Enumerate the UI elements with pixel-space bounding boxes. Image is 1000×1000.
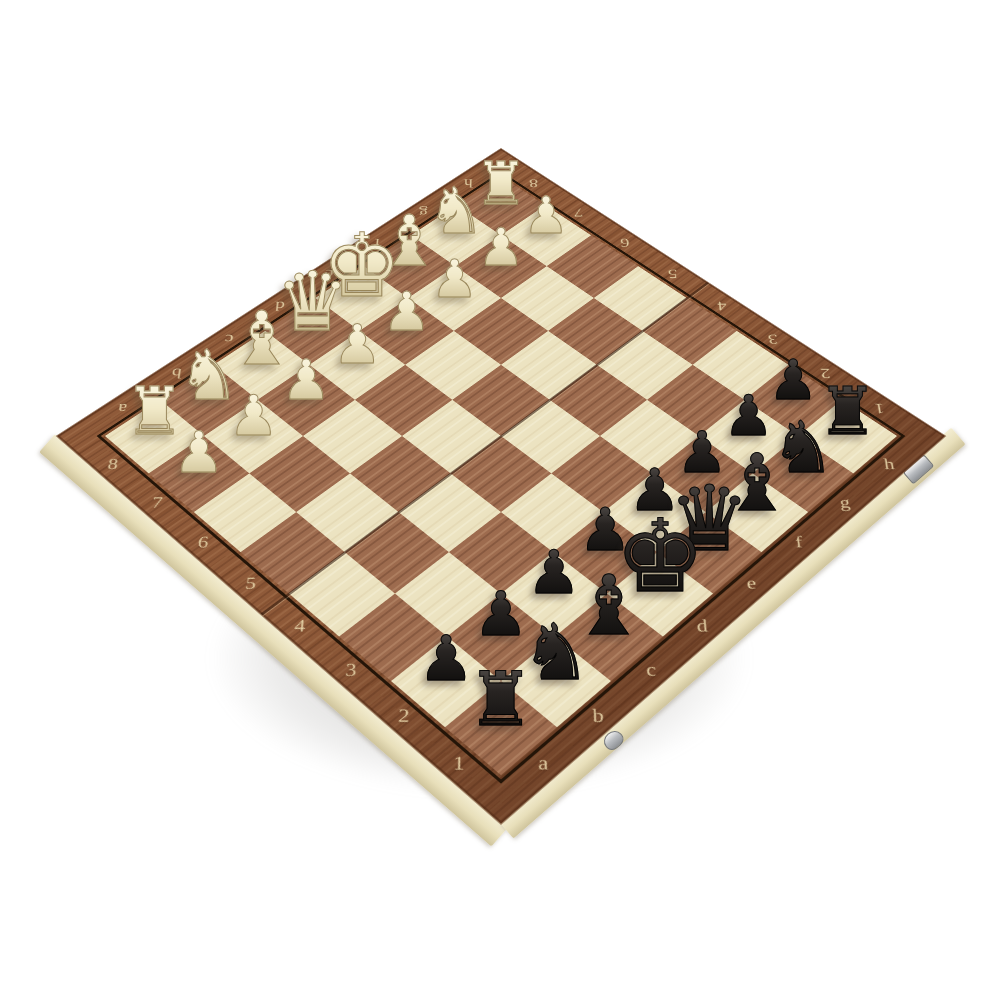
piece-white-pawn-b7[interactable]: ♟ [228, 388, 278, 444]
rank-label-far-7: 7 [567, 205, 591, 221]
file-label-near-h: h [874, 454, 904, 474]
product-photo-scene: 8877665544332211aabbccddeeffgghh ♜♞♝♛♚♝♞… [0, 0, 1000, 1000]
rank-label-near-7: 7 [142, 492, 172, 512]
piece-white-pawn-h7[interactable]: ♟ [523, 191, 569, 242]
rank-label-near-2: 2 [389, 703, 419, 727]
piece-white-pawn-d7[interactable]: ♟ [333, 318, 382, 372]
piece-white-pawn-f7[interactable]: ♟ [431, 253, 478, 306]
file-label-near-e: e [736, 572, 766, 594]
piece-black-pawn-h2[interactable]: ♟ [768, 352, 817, 407]
piece-black-pawn-a2[interactable]: ♟ [418, 627, 474, 689]
file-label-near-d: d [687, 614, 717, 637]
rank-label-far-3: 3 [759, 331, 786, 349]
piece-black-rook-a1[interactable]: ♜ [468, 663, 535, 738]
rank-label-far-4: 4 [709, 298, 735, 315]
rank-label-far-6: 6 [613, 235, 638, 251]
piece-white-pawn-a7[interactable]: ♟ [173, 424, 224, 481]
rank-label-far-5: 5 [660, 266, 685, 283]
piece-white-pawn-c7[interactable]: ♟ [282, 352, 331, 407]
rank-label-near-3: 3 [336, 658, 366, 682]
file-label-near-c: c [636, 658, 666, 682]
file-label-near-b: b [583, 703, 613, 727]
file-label-near-g: g [830, 492, 860, 512]
rank-label-near-6: 6 [188, 531, 218, 552]
piece-white-pawn-g7[interactable]: ♟ [478, 222, 524, 274]
piece-black-pawn-g2[interactable]: ♟ [723, 388, 773, 444]
rank-label-near-5: 5 [236, 572, 266, 594]
file-label-near-f: f [784, 531, 814, 552]
rank-label-near-8: 8 [98, 454, 128, 474]
file-label-near-a: a [528, 750, 558, 775]
rank-label-near-1: 1 [444, 750, 474, 775]
rank-label-near-4: 4 [285, 614, 315, 637]
piece-white-pawn-e7[interactable]: ♟ [383, 285, 431, 338]
